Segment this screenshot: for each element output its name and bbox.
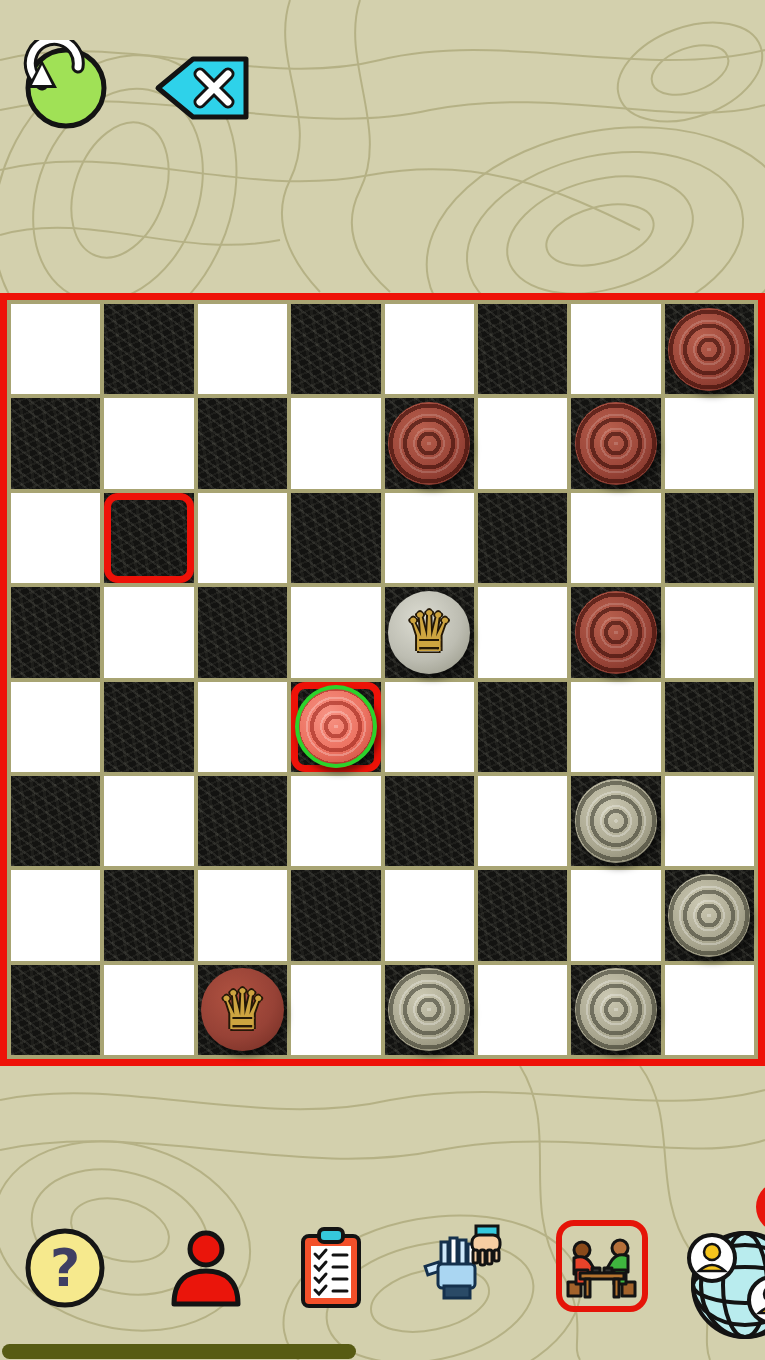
square-e5[interactable]: ♛ <box>385 587 474 677</box>
checkers-board[interactable]: ♛♛ <box>0 293 765 1066</box>
crown-icon: ♛ <box>217 982 267 1038</box>
white-king-piece[interactable]: ♛ <box>388 591 470 674</box>
square-a8[interactable] <box>11 304 100 394</box>
square-g3[interactable] <box>571 776 660 866</box>
red-king-piece[interactable]: ♛ <box>201 968 283 1051</box>
square-f2[interactable] <box>478 870 567 960</box>
square-b8[interactable] <box>104 304 193 394</box>
square-d2[interactable] <box>291 870 380 960</box>
square-b1[interactable] <box>104 965 193 1055</box>
square-b5[interactable] <box>104 587 193 677</box>
top-toolbar <box>15 40 275 150</box>
square-c4[interactable] <box>198 682 287 772</box>
square-a2[interactable] <box>11 870 100 960</box>
square-g2[interactable] <box>571 870 660 960</box>
online-button[interactable] <box>672 1185 765 1345</box>
square-f5[interactable] <box>478 587 567 677</box>
square-f6[interactable] <box>478 493 567 583</box>
square-d1[interactable] <box>291 965 380 1055</box>
red-man-piece[interactable] <box>295 685 377 768</box>
square-f4[interactable] <box>478 682 567 772</box>
square-e2[interactable] <box>385 870 474 960</box>
profile-button[interactable] <box>162 1224 250 1312</box>
square-h1[interactable] <box>665 965 754 1055</box>
square-a1[interactable] <box>11 965 100 1055</box>
square-f3[interactable] <box>478 776 567 866</box>
square-h2[interactable] <box>665 870 754 960</box>
square-a4[interactable] <box>11 682 100 772</box>
square-h8[interactable] <box>665 304 754 394</box>
square-h6[interactable] <box>665 493 754 583</box>
square-b4[interactable] <box>104 682 193 772</box>
red-man-piece[interactable] <box>668 308 750 391</box>
person-icon <box>162 1224 250 1312</box>
square-d3[interactable] <box>291 776 380 866</box>
checklist-clipboard-icon <box>287 1224 375 1312</box>
restart-button[interactable] <box>27 40 104 126</box>
player-badge <box>689 1235 735 1281</box>
rules-button[interactable] <box>287 1224 375 1312</box>
globe-with-players-icon <box>672 1185 765 1345</box>
square-h3[interactable] <box>665 776 754 866</box>
square-b2[interactable] <box>104 870 193 960</box>
square-e1[interactable] <box>385 965 474 1055</box>
square-g7[interactable] <box>571 398 660 488</box>
square-c5[interactable] <box>198 587 287 677</box>
square-g5[interactable] <box>571 587 660 677</box>
white-man-piece[interactable] <box>575 968 657 1051</box>
square-a6[interactable] <box>11 493 100 583</box>
square-c6[interactable] <box>198 493 287 583</box>
robot-and-human-hands-icon <box>416 1224 504 1312</box>
square-e8[interactable] <box>385 304 474 394</box>
help-button[interactable]: ? <box>21 1224 109 1312</box>
square-f1[interactable] <box>478 965 567 1055</box>
square-d7[interactable] <box>291 398 380 488</box>
square-a5[interactable] <box>11 587 100 677</box>
square-c8[interactable] <box>198 304 287 394</box>
square-f8[interactable] <box>478 304 567 394</box>
square-h5[interactable] <box>665 587 754 677</box>
square-h4[interactable] <box>665 682 754 772</box>
two-players-button[interactable] <box>556 1220 648 1312</box>
red-man-piece[interactable] <box>575 402 657 485</box>
square-g6[interactable] <box>571 493 660 583</box>
square-c1[interactable]: ♛ <box>198 965 287 1055</box>
square-g1[interactable] <box>571 965 660 1055</box>
square-e3[interactable] <box>385 776 474 866</box>
square-a7[interactable] <box>11 398 100 488</box>
square-c7[interactable] <box>198 398 287 488</box>
progress-bar <box>2 1344 356 1359</box>
notification-badge <box>756 1185 765 1233</box>
square-a3[interactable] <box>11 776 100 866</box>
square-d5[interactable] <box>291 587 380 677</box>
white-man-piece[interactable] <box>575 779 657 862</box>
square-d4[interactable] <box>291 682 380 772</box>
white-man-piece[interactable] <box>388 968 470 1051</box>
two-players-at-table-icon <box>562 1226 642 1306</box>
square-e4[interactable] <box>385 682 474 772</box>
square-f7[interactable] <box>478 398 567 488</box>
red-man-piece[interactable] <box>575 591 657 674</box>
undo-delete-button[interactable] <box>158 59 246 117</box>
square-c2[interactable] <box>198 870 287 960</box>
white-man-piece[interactable] <box>668 874 750 957</box>
square-b7[interactable] <box>104 398 193 488</box>
square-b6[interactable] <box>104 493 193 583</box>
square-e6[interactable] <box>385 493 474 583</box>
crown-icon: ♛ <box>404 604 454 660</box>
vs-computer-button[interactable] <box>416 1224 504 1312</box>
question-mark-icon: ? <box>50 1238 80 1298</box>
square-e7[interactable] <box>385 398 474 488</box>
red-man-piece[interactable] <box>388 402 470 485</box>
square-h7[interactable] <box>665 398 754 488</box>
square-g8[interactable] <box>571 304 660 394</box>
square-g4[interactable] <box>571 682 660 772</box>
square-d6[interactable] <box>291 493 380 583</box>
square-b3[interactable] <box>104 776 193 866</box>
square-c3[interactable] <box>198 776 287 866</box>
square-d8[interactable] <box>291 304 380 394</box>
